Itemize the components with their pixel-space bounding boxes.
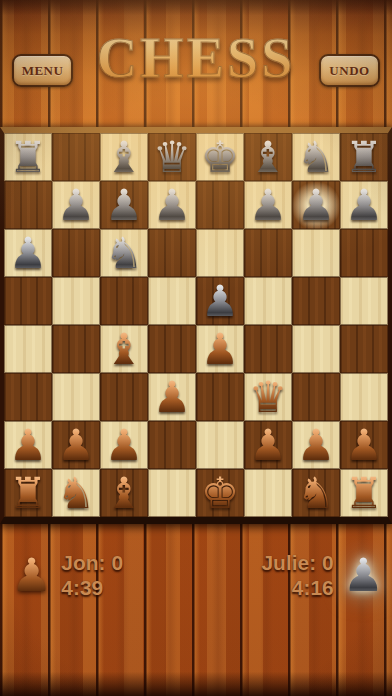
black-pawn[interactable]: ♟ xyxy=(57,181,96,229)
white-pawn[interactable]: ♟ xyxy=(201,325,240,373)
menu-button[interactable]: MENU xyxy=(12,54,73,87)
square-b6[interactable] xyxy=(52,229,100,277)
black-rook[interactable]: ♜ xyxy=(9,133,48,181)
square-f5[interactable] xyxy=(244,277,292,325)
square-b2[interactable]: ♟ xyxy=(52,421,100,469)
square-e5[interactable]: ♟ xyxy=(196,277,244,325)
square-h1[interactable]: ♜ xyxy=(340,469,388,517)
black-knight[interactable]: ♞ xyxy=(105,229,144,277)
square-e7[interactable] xyxy=(196,181,244,229)
square-a5[interactable] xyxy=(4,277,52,325)
square-f3[interactable]: ♛ xyxy=(244,373,292,421)
square-a3[interactable] xyxy=(4,373,52,421)
black-knight[interactable]: ♞ xyxy=(297,133,336,181)
square-f6[interactable] xyxy=(244,229,292,277)
square-b5[interactable] xyxy=(52,277,100,325)
square-g8[interactable]: ♞ xyxy=(292,133,340,181)
square-a4[interactable] xyxy=(4,325,52,373)
black-pawn[interactable]: ♟ xyxy=(249,181,288,229)
square-a2[interactable]: ♟ xyxy=(4,421,52,469)
square-e3[interactable] xyxy=(196,373,244,421)
square-c5[interactable] xyxy=(100,277,148,325)
square-e1[interactable]: ♚ xyxy=(196,469,244,517)
square-g4[interactable] xyxy=(292,325,340,373)
white-pawn[interactable]: ♟ xyxy=(105,421,144,469)
white-player-status: ♟ Jon: 0 4:39 xyxy=(11,549,123,601)
black-pawn[interactable]: ♟ xyxy=(105,181,144,229)
square-c2[interactable]: ♟ xyxy=(100,421,148,469)
white-player-name: Jon: 0 xyxy=(61,550,123,575)
black-queen[interactable]: ♛ xyxy=(153,133,192,181)
square-e2[interactable] xyxy=(196,421,244,469)
square-c8[interactable]: ♝ xyxy=(100,133,148,181)
white-pawn[interactable]: ♟ xyxy=(345,421,384,469)
square-h4[interactable] xyxy=(340,325,388,373)
square-b3[interactable] xyxy=(52,373,100,421)
square-f2[interactable]: ♟ xyxy=(244,421,292,469)
square-a1[interactable]: ♜ xyxy=(4,469,52,517)
square-g7[interactable]: ♟ xyxy=(292,181,340,229)
white-queen[interactable]: ♛ xyxy=(249,373,288,421)
black-pawn[interactable]: ♟ xyxy=(297,181,336,229)
black-pawn[interactable]: ♟ xyxy=(153,181,192,229)
white-pawn[interactable]: ♟ xyxy=(9,421,48,469)
square-c6[interactable]: ♞ xyxy=(100,229,148,277)
white-bishop[interactable]: ♝ xyxy=(105,469,144,517)
square-d7[interactable]: ♟ xyxy=(148,181,196,229)
square-d5[interactable] xyxy=(148,277,196,325)
square-g2[interactable]: ♟ xyxy=(292,421,340,469)
square-d2[interactable] xyxy=(148,421,196,469)
white-pawn[interactable]: ♟ xyxy=(57,421,96,469)
square-d4[interactable] xyxy=(148,325,196,373)
square-c3[interactable] xyxy=(100,373,148,421)
square-b7[interactable]: ♟ xyxy=(52,181,100,229)
white-bishop[interactable]: ♝ xyxy=(105,325,144,373)
square-a6[interactable]: ♟ xyxy=(4,229,52,277)
square-h6[interactable] xyxy=(340,229,388,277)
white-pawn-icon: ♟ xyxy=(11,549,52,601)
square-g5[interactable] xyxy=(292,277,340,325)
square-a7[interactable] xyxy=(4,181,52,229)
square-f8[interactable]: ♝ xyxy=(244,133,292,181)
undo-button[interactable]: UNDO xyxy=(319,54,380,87)
white-pawn[interactable]: ♟ xyxy=(153,373,192,421)
white-knight[interactable]: ♞ xyxy=(297,469,336,517)
square-g3[interactable] xyxy=(292,373,340,421)
square-c7[interactable]: ♟ xyxy=(100,181,148,229)
square-h8[interactable]: ♜ xyxy=(340,133,388,181)
black-player-status: Julie: 0 4:16 ♟ xyxy=(261,549,384,601)
square-c1[interactable]: ♝ xyxy=(100,469,148,517)
square-e4[interactable]: ♟ xyxy=(196,325,244,373)
black-king[interactable]: ♚ xyxy=(201,133,240,181)
black-pawn[interactable]: ♟ xyxy=(345,181,384,229)
black-bishop[interactable]: ♝ xyxy=(249,133,288,181)
app-window: CHESS MENU UNDO ♜♝♛♚♝♞♜♟♟♟♟♟♟♟♞♟♝♟♟♛♟♟♟♟… xyxy=(0,0,392,696)
square-g6[interactable] xyxy=(292,229,340,277)
square-e6[interactable] xyxy=(196,229,244,277)
white-knight[interactable]: ♞ xyxy=(57,469,96,517)
square-f4[interactable] xyxy=(244,325,292,373)
white-rook[interactable]: ♜ xyxy=(9,469,48,517)
square-d6[interactable] xyxy=(148,229,196,277)
square-b8[interactable] xyxy=(52,133,100,181)
white-king[interactable]: ♚ xyxy=(201,469,240,517)
square-h7[interactable]: ♟ xyxy=(340,181,388,229)
square-d3[interactable]: ♟ xyxy=(148,373,196,421)
white-player-clock: 4:39 xyxy=(61,575,123,600)
white-rook[interactable]: ♜ xyxy=(345,469,384,517)
square-b1[interactable]: ♞ xyxy=(52,469,100,517)
square-h5[interactable] xyxy=(340,277,388,325)
square-e8[interactable]: ♚ xyxy=(196,133,244,181)
chess-board-frame: ♜♝♛♚♝♞♜♟♟♟♟♟♟♟♞♟♝♟♟♛♟♟♟♟♟♟♜♞♝♚♞♜ xyxy=(0,127,392,524)
square-f7[interactable]: ♟ xyxy=(244,181,292,229)
square-d1[interactable] xyxy=(148,469,196,517)
square-h3[interactable] xyxy=(340,373,388,421)
black-rook[interactable]: ♜ xyxy=(345,133,384,181)
black-pawn[interactable]: ♟ xyxy=(9,229,48,277)
square-b4[interactable] xyxy=(52,325,100,373)
square-g1[interactable]: ♞ xyxy=(292,469,340,517)
chess-board: ♜♝♛♚♝♞♜♟♟♟♟♟♟♟♞♟♝♟♟♛♟♟♟♟♟♟♜♞♝♚♞♜ xyxy=(4,133,388,517)
white-pawn[interactable]: ♟ xyxy=(249,421,288,469)
white-pawn[interactable]: ♟ xyxy=(297,421,336,469)
square-c4[interactable]: ♝ xyxy=(100,325,148,373)
black-player-clock: 4:16 xyxy=(292,575,334,600)
black-pawn-icon: ♟ xyxy=(343,549,384,601)
black-pawn[interactable]: ♟ xyxy=(201,277,240,325)
square-d8[interactable]: ♛ xyxy=(148,133,196,181)
black-bishop[interactable]: ♝ xyxy=(105,133,144,181)
square-f1[interactable] xyxy=(244,469,292,517)
square-a8[interactable]: ♜ xyxy=(4,133,52,181)
square-h2[interactable]: ♟ xyxy=(340,421,388,469)
black-player-name: Julie: 0 xyxy=(261,550,333,575)
